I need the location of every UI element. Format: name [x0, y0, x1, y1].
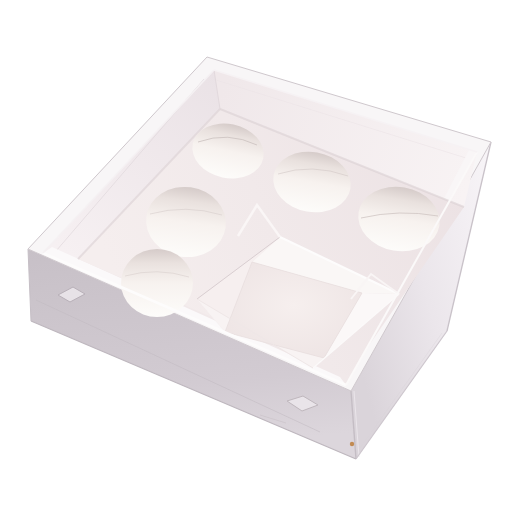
- kraft-speck: [350, 442, 354, 446]
- cavity-5: [121, 249, 193, 317]
- cupcake-box-illustration: [0, 0, 510, 510]
- cavity-5-hole: [121, 249, 193, 317]
- product-photo: White cupcake box with clear lid and cup…: [0, 0, 510, 510]
